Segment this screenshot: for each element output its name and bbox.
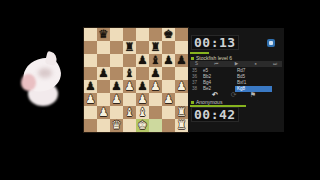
square-g3[interactable]: ♟ [162,93,175,106]
square-g2[interactable] [162,106,175,119]
square-g7[interactable] [162,41,175,54]
square-h5[interactable] [175,67,188,80]
square-d2[interactable]: ♝ [123,106,136,119]
resign-flag-button[interactable]: ⚑ [250,91,256,99]
square-d5[interactable]: ♝ [123,67,136,80]
square-f6[interactable]: ♝ [149,54,162,67]
square-b4[interactable] [97,80,110,93]
black-pawn: ♟ [137,54,147,67]
toolbar-button-2[interactable]: ▶ [235,61,238,67]
square-e8[interactable] [136,28,149,41]
white-king: ♚ [137,119,147,132]
square-b6[interactable] [97,54,110,67]
square-g4[interactable] [162,80,175,93]
move-number: 38 [190,86,203,92]
square-b5[interactable]: ♟ [97,67,110,80]
square-a3[interactable]: ♟ [84,93,97,106]
chess-board[interactable]: ♛♚♜♜♟♝♟♟♟♝♟♟♟♟♟♟♟♟♟♟♟♟♝♝♜♛♚♜ [84,28,188,132]
square-a2[interactable] [84,106,97,119]
square-h1[interactable]: ♜ [175,119,188,132]
square-a7[interactable] [84,41,97,54]
square-e2[interactable]: ♝ [136,106,149,119]
game-panel: 00:13 Stockfish level 6 S⏮▶⏸⏭ 35e5Rd736B… [188,28,284,132]
square-e1[interactable]: ♚ [136,119,149,132]
square-d1[interactable] [123,119,136,132]
square-g8[interactable]: ♚ [162,28,175,41]
white-pawn: ♟ [98,106,108,119]
square-h6[interactable]: ♟ [175,54,188,67]
black-bishop: ♝ [150,54,160,67]
black-pawn: ♟ [137,80,147,93]
square-d8[interactable] [123,28,136,41]
white-pawn: ♟ [163,93,173,106]
white-bishop: ♝ [137,106,147,119]
toolbar-button-3[interactable]: ⏸ [254,61,256,67]
square-f5[interactable]: ♟ [149,67,162,80]
engine-color-bullet [191,57,194,60]
white-pawn: ♟ [137,93,147,106]
white-bishop: ♝ [124,106,134,119]
redo-button[interactable]: ⟳ [231,91,237,99]
move-list[interactable]: 35e5Rd736Bb2Bd537Bg4Bxf138Be2Kg8 [190,68,282,92]
white-pawn: ♟ [150,80,160,93]
black-rook: ♜ [124,41,134,54]
toolbar-button-0[interactable]: S [195,61,198,67]
engine-clock: 00:13 [191,35,239,50]
square-f8[interactable] [149,28,162,41]
playback-toolbar: S⏮▶⏸⏭ [190,61,282,67]
square-e5[interactable] [136,67,149,80]
black-pawn: ♟ [85,80,95,93]
black-bishop: ♝ [124,67,134,80]
square-b7[interactable] [97,41,110,54]
square-d6[interactable] [123,54,136,67]
square-a8[interactable] [84,28,97,41]
black-pawn: ♟ [176,54,186,67]
screen: ♛♚♜♜♟♝♟♟♟♝♟♟♟♟♟♟♟♟♟♟♟♟♝♝♜♛♚♜ 00:13 Stock… [0,0,320,180]
square-b3[interactable] [97,93,110,106]
square-a6[interactable] [84,54,97,67]
undo-button[interactable]: ↶ [212,91,218,99]
square-f2[interactable] [149,106,162,119]
square-h7[interactable] [175,41,188,54]
square-c2[interactable] [110,106,123,119]
square-f3[interactable] [149,93,162,106]
white-pawn: ♟ [111,93,121,106]
square-c5[interactable] [110,67,123,80]
square-e3[interactable]: ♟ [136,93,149,106]
square-e4[interactable]: ♟ [136,80,149,93]
white-rook: ♜ [176,119,186,132]
square-g1[interactable] [162,119,175,132]
white-queen: ♛ [111,119,121,132]
player-clock: 00:42 [191,107,239,122]
square-h2[interactable]: ♜ [175,106,188,119]
square-b8[interactable]: ♛ [97,28,110,41]
square-d4[interactable]: ♟ [123,80,136,93]
game-controls: ↶ ⟳ ⚑ [212,91,256,99]
square-h8[interactable] [175,28,188,41]
analysis-icon-dot [269,41,273,45]
black-pawn: ♟ [98,67,108,80]
square-g5[interactable] [162,67,175,80]
black-pawn: ♟ [111,80,121,93]
cat-shading [38,68,52,78]
toolbar-button-1[interactable]: ⏮ [214,61,218,67]
square-h4[interactable]: ♟ [175,80,188,93]
square-d3[interactable] [123,93,136,106]
square-h3[interactable] [175,93,188,106]
black-queen: ♛ [98,28,108,41]
white-pawn: ♟ [176,80,186,93]
square-e6[interactable]: ♟ [136,54,149,67]
square-f7[interactable]: ♜ [149,41,162,54]
white-pawn: ♟ [124,80,134,93]
black-rook: ♜ [150,41,160,54]
square-c7[interactable] [110,41,123,54]
square-d7[interactable]: ♜ [123,41,136,54]
white-rook: ♜ [176,106,186,119]
square-a1[interactable] [84,119,97,132]
square-g6[interactable]: ♟ [162,54,175,67]
analysis-icon[interactable] [267,39,275,47]
black-pawn: ♟ [163,54,173,67]
engine-time-bar [190,52,209,54]
black-pawn: ♟ [150,67,160,80]
cat-cheek [21,74,36,91]
cat-webcam-image [16,52,70,108]
square-c4[interactable]: ♟ [110,80,123,93]
square-c1[interactable]: ♛ [110,119,123,132]
square-e7[interactable] [136,41,149,54]
player-color-bullet [191,101,194,104]
white-pawn: ♟ [85,93,95,106]
toolbar-button-4[interactable]: ⏭ [273,61,277,67]
square-a4[interactable]: ♟ [84,80,97,93]
square-f1[interactable] [149,119,162,132]
square-f4[interactable]: ♟ [149,80,162,93]
square-a5[interactable] [84,67,97,80]
square-b2[interactable]: ♟ [97,106,110,119]
square-c8[interactable] [110,28,123,41]
square-c6[interactable] [110,54,123,67]
square-b1[interactable] [97,119,110,132]
black-king: ♚ [163,28,173,41]
square-c3[interactable]: ♟ [110,93,123,106]
